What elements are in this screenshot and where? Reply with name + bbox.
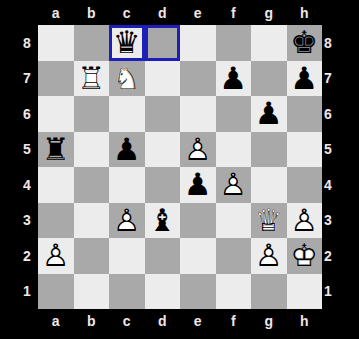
white-pawn-icon: ♟♙ (109, 203, 145, 239)
square-e1[interactable] (180, 274, 216, 310)
square-a4[interactable] (38, 167, 74, 203)
square-h5[interactable] (287, 132, 323, 168)
black-pawn-icon: ♟ (216, 61, 252, 97)
square-c5[interactable]: ♟ (109, 132, 145, 168)
white-king-icon: ♚♔ (287, 238, 323, 274)
file-label-d: d (145, 311, 181, 331)
square-b8[interactable] (74, 25, 110, 61)
rank-label-6: 6 (18, 96, 36, 132)
file-label-f: f (216, 311, 252, 331)
rank-label-7: 7 (18, 61, 36, 97)
black-pawn-icon: ♟ (287, 61, 323, 97)
file-label-h: h (287, 311, 323, 331)
square-e6[interactable] (180, 96, 216, 132)
square-c1[interactable] (109, 274, 145, 310)
white-pawn-icon: ♟♙ (287, 203, 323, 239)
rank-label-4: 4 (18, 167, 36, 203)
file-label-g: g (251, 311, 287, 331)
square-h8[interactable]: ♚ (287, 25, 323, 61)
black-king-icon: ♚ (287, 25, 323, 61)
square-a2[interactable]: ♟♙ (38, 238, 74, 274)
file-label-b: b (74, 311, 110, 331)
square-d8[interactable] (145, 25, 181, 61)
file-label-e: e (180, 3, 216, 23)
black-rook-icon: ♜ (38, 132, 74, 168)
file-label-e: e (180, 311, 216, 331)
square-e3[interactable] (180, 203, 216, 239)
square-g8[interactable] (251, 25, 287, 61)
file-label-f: f (216, 3, 252, 23)
square-a5[interactable]: ♜ (38, 132, 74, 168)
square-e8[interactable] (180, 25, 216, 61)
square-b7[interactable]: ♜♖ (74, 61, 110, 97)
white-pawn-icon: ♟♙ (251, 238, 287, 274)
file-labels-bottom: abcdefgh (38, 311, 322, 331)
square-h6[interactable] (287, 96, 323, 132)
square-e7[interactable] (180, 61, 216, 97)
square-b6[interactable] (74, 96, 110, 132)
rank-label-1: 1 (18, 274, 36, 310)
file-label-h: h (287, 3, 323, 23)
square-a3[interactable] (38, 203, 74, 239)
black-queen-icon: ♛ (109, 25, 145, 61)
white-pawn-icon: ♟♙ (180, 132, 216, 168)
square-b5[interactable] (74, 132, 110, 168)
square-d7[interactable] (145, 61, 181, 97)
file-label-c: c (109, 3, 145, 23)
rank-label-8: 8 (18, 25, 36, 61)
rank-labels-left: 87654321 (18, 25, 36, 309)
square-f7[interactable]: ♟ (216, 61, 252, 97)
square-c3[interactable]: ♟♙ (109, 203, 145, 239)
chess-diagram: abcdefgh abcdefgh 87654321 87654321 ♛♚♜♖… (0, 0, 359, 339)
square-d3[interactable]: ♝ (145, 203, 181, 239)
file-label-d: d (145, 3, 181, 23)
square-c2[interactable] (109, 238, 145, 274)
square-c4[interactable] (109, 167, 145, 203)
white-knight-icon: ♞♘ (109, 61, 145, 97)
square-f1[interactable] (216, 274, 252, 310)
square-g2[interactable]: ♟♙ (251, 238, 287, 274)
rank-label-5: 5 (18, 132, 36, 168)
file-labels-top: abcdefgh (38, 3, 322, 23)
file-label-g: g (251, 3, 287, 23)
square-a7[interactable] (38, 61, 74, 97)
square-d1[interactable] (145, 274, 181, 310)
square-c6[interactable] (109, 96, 145, 132)
square-h2[interactable]: ♚♔ (287, 238, 323, 274)
square-b1[interactable] (74, 274, 110, 310)
square-d5[interactable] (145, 132, 181, 168)
square-b3[interactable] (74, 203, 110, 239)
square-g6[interactable]: ♟ (251, 96, 287, 132)
square-b2[interactable] (74, 238, 110, 274)
square-d2[interactable] (145, 238, 181, 274)
square-f4[interactable]: ♟♙ (216, 167, 252, 203)
square-f2[interactable] (216, 238, 252, 274)
rank-label-2: 2 (18, 238, 36, 274)
white-pawn-icon: ♟♙ (216, 167, 252, 203)
square-f8[interactable] (216, 25, 252, 61)
square-f3[interactable] (216, 203, 252, 239)
square-h7[interactable]: ♟ (287, 61, 323, 97)
white-pawn-icon: ♟♙ (38, 238, 74, 274)
file-label-b: b (74, 3, 110, 23)
black-bishop-icon: ♝ (145, 203, 181, 239)
square-a6[interactable] (38, 96, 74, 132)
square-g4[interactable] (251, 167, 287, 203)
square-g5[interactable] (251, 132, 287, 168)
square-g1[interactable] (251, 274, 287, 310)
square-h1[interactable] (287, 274, 323, 310)
square-e4[interactable]: ♟ (180, 167, 216, 203)
square-c7[interactable]: ♞♘ (109, 61, 145, 97)
file-label-a: a (38, 311, 74, 331)
black-pawn-icon: ♟ (180, 167, 216, 203)
file-label-a: a (38, 3, 74, 23)
chess-board: ♛♚♜♖♞♘♟♟♟♜♟♟♙♟♟♙♟♙♝♛♕♟♙♟♙♟♙♚♔ (38, 25, 322, 309)
square-c8[interactable]: ♛ (109, 25, 145, 61)
square-d6[interactable] (145, 96, 181, 132)
black-pawn-icon: ♟ (109, 132, 145, 168)
rank-label-3: 3 (18, 203, 36, 239)
square-f5[interactable] (216, 132, 252, 168)
square-e5[interactable]: ♟♙ (180, 132, 216, 168)
black-pawn-icon: ♟ (251, 96, 287, 132)
square-h4[interactable] (287, 167, 323, 203)
square-e2[interactable] (180, 238, 216, 274)
square-h3[interactable]: ♟♙ (287, 203, 323, 239)
square-b4[interactable] (74, 167, 110, 203)
white-rook-icon: ♜♖ (74, 61, 110, 97)
file-label-c: c (109, 311, 145, 331)
white-queen-icon: ♛♕ (251, 203, 287, 239)
square-a1[interactable] (38, 274, 74, 310)
square-g7[interactable] (251, 61, 287, 97)
square-f6[interactable] (216, 96, 252, 132)
square-a8[interactable] (38, 25, 74, 61)
square-d4[interactable] (145, 167, 181, 203)
square-g3[interactable]: ♛♕ (251, 203, 287, 239)
